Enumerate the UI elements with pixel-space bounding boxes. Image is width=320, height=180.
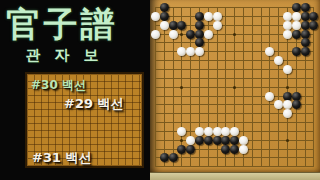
black-stone [177, 145, 186, 154]
black-stone [301, 21, 310, 30]
title-panel: 官子譜 관자보 #30 백선 #29 백선 #31 백선 [0, 0, 152, 180]
white-stone [186, 47, 195, 56]
white-stone [169, 30, 178, 39]
black-stone [292, 30, 301, 39]
white-stone [239, 136, 248, 145]
black-stone [195, 38, 204, 47]
black-stone [301, 47, 310, 56]
black-stone [292, 92, 301, 101]
white-stone [195, 47, 204, 56]
board-front-edge [150, 172, 320, 180]
problem-label-31: #31 백선 [32, 149, 92, 167]
star-point [286, 86, 289, 89]
white-stone [283, 30, 292, 39]
black-stone [195, 21, 204, 30]
black-stone [301, 12, 310, 21]
black-stone [160, 3, 169, 12]
black-stone [292, 47, 301, 56]
black-stone [195, 12, 204, 21]
black-stone [283, 92, 292, 101]
white-stone [283, 65, 292, 74]
white-stone [265, 47, 274, 56]
white-stone [274, 100, 283, 109]
black-stone [301, 30, 310, 39]
white-stone [274, 56, 283, 65]
black-stone [160, 153, 169, 162]
star-point [286, 139, 289, 142]
white-stone [195, 127, 204, 136]
black-stone [292, 100, 301, 109]
black-stone [195, 136, 204, 145]
black-stone [301, 3, 310, 12]
white-stone [265, 92, 274, 101]
black-stone [195, 30, 204, 39]
black-stone [177, 21, 186, 30]
star-point [233, 33, 236, 36]
grid-line-v [313, 7, 314, 167]
black-stone [213, 136, 222, 145]
black-stone [309, 21, 318, 30]
black-stone [301, 38, 310, 47]
star-point [233, 86, 236, 89]
black-stone [309, 12, 318, 21]
go-board [150, 0, 320, 172]
white-stone [213, 21, 222, 30]
white-stone [177, 47, 186, 56]
grid-line-v [278, 7, 279, 167]
white-stone [283, 21, 292, 30]
black-stone [230, 136, 239, 145]
page-subtitle: 관자보 [0, 46, 124, 65]
thumbnail: 官子譜 관자보 #30 백선 #29 백선 #31 백선 [0, 0, 320, 180]
problem-label-30: #30 백선 [31, 77, 86, 94]
grid-line-h [155, 122, 314, 123]
white-stone [292, 21, 301, 30]
white-stone [151, 30, 160, 39]
grid-line-h [155, 166, 314, 167]
white-stone [151, 12, 160, 21]
page-title: 官子譜 [0, 2, 124, 48]
grid-line-v [252, 7, 253, 167]
black-stone [230, 145, 239, 154]
white-stone [283, 12, 292, 21]
grid-line-h [155, 157, 314, 158]
white-stone [283, 100, 292, 109]
white-stone [177, 127, 186, 136]
white-stone [204, 30, 213, 39]
white-stone [213, 127, 222, 136]
white-stone [283, 109, 292, 118]
black-stone [186, 145, 195, 154]
black-stone [160, 12, 169, 21]
black-stone [221, 145, 230, 154]
grid-line-v [269, 7, 270, 167]
white-stone [239, 145, 248, 154]
black-stone [186, 30, 195, 39]
white-stone [221, 127, 230, 136]
white-stone [160, 21, 169, 30]
black-stone [204, 136, 213, 145]
grid-line-v [261, 7, 262, 167]
black-stone [169, 153, 178, 162]
white-stone [186, 136, 195, 145]
problem-label-29: #29 백선 [64, 95, 124, 113]
black-stone [221, 136, 230, 145]
star-point [180, 139, 183, 142]
black-stone [292, 3, 301, 12]
white-stone [204, 127, 213, 136]
white-stone [204, 12, 213, 21]
white-stone [213, 12, 222, 21]
white-stone [292, 12, 301, 21]
white-stone [230, 127, 239, 136]
black-stone [169, 21, 178, 30]
